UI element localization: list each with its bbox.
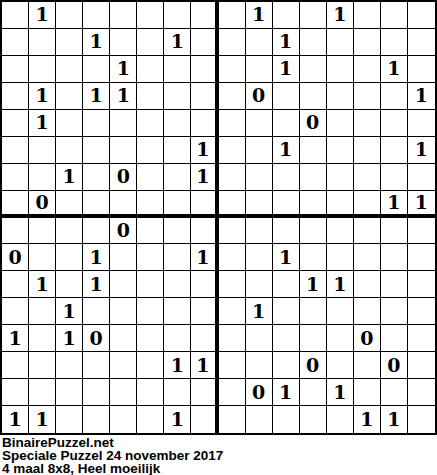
cell-r9c12[interactable]	[300, 218, 327, 245]
cell-r16c11[interactable]	[273, 406, 300, 433]
cell-r1c5[interactable]	[110, 2, 137, 29]
cell-r12c15[interactable]	[381, 298, 408, 325]
cell-r4c9[interactable]	[219, 83, 246, 110]
cell-r15c14[interactable]	[354, 379, 381, 406]
cell-r6c14[interactable]	[354, 137, 381, 164]
cell-r7c16[interactable]	[408, 164, 435, 191]
cell-r7c3: 1	[56, 164, 83, 191]
cell-r15c4[interactable]	[83, 379, 110, 406]
cell-r11c8[interactable]	[191, 271, 218, 298]
cell-r9c9[interactable]	[219, 218, 246, 245]
cell-r2c7: 1	[164, 29, 191, 56]
cell-r9c15[interactable]	[381, 218, 408, 245]
cell-r4c16: 1	[408, 83, 435, 110]
cell-r5c11[interactable]	[273, 110, 300, 137]
cell-r13c3: 1	[56, 325, 83, 352]
cell-r16c14: 1	[354, 406, 381, 433]
cell-r3c1[interactable]	[2, 56, 29, 83]
cell-r1c8[interactable]	[191, 2, 218, 29]
cell-r13c15[interactable]	[381, 325, 408, 352]
cell-r11c10[interactable]	[246, 271, 273, 298]
cell-r2c13[interactable]	[327, 29, 354, 56]
cell-r9c3[interactable]	[56, 218, 83, 245]
cell-r6c13[interactable]	[327, 137, 354, 164]
cell-r3c4[interactable]	[83, 56, 110, 83]
cell-r1c1[interactable]	[2, 2, 29, 29]
cell-r3c16[interactable]	[408, 56, 435, 83]
cell-r11c3[interactable]	[56, 271, 83, 298]
cell-r13c7[interactable]	[164, 325, 191, 352]
puzzle-board: 1111111111110110111101011001111111111100…	[0, 0, 437, 435]
cell-r12c13[interactable]	[327, 298, 354, 325]
cell-r10c1: 0	[2, 244, 29, 271]
cell-r13c10[interactable]	[246, 325, 273, 352]
cell-r14c7: 1	[164, 352, 191, 379]
cell-r3c13[interactable]	[327, 56, 354, 83]
cell-r5c6[interactable]	[137, 110, 164, 137]
cell-r8c15: 1	[381, 191, 408, 218]
cell-r2c5[interactable]	[110, 29, 137, 56]
cell-r6c15[interactable]	[381, 137, 408, 164]
cell-r14c8: 1	[191, 352, 218, 379]
cell-r12c1[interactable]	[2, 298, 29, 325]
cell-r15c3[interactable]	[56, 379, 83, 406]
cell-r2c2[interactable]	[29, 29, 56, 56]
cell-r3c9[interactable]	[219, 56, 246, 83]
cell-r16c7: 1	[164, 406, 191, 433]
cell-r15c16[interactable]	[408, 379, 435, 406]
cell-r1c10: 1	[246, 2, 273, 29]
puzzle-difficulty: 4 maal 8x8, Heel moeilijk	[2, 462, 435, 475]
cell-r5c14[interactable]	[354, 110, 381, 137]
cell-r10c4: 1	[83, 244, 110, 271]
cell-r12c9[interactable]	[219, 298, 246, 325]
cell-r12c8[interactable]	[191, 298, 218, 325]
cell-r6c5[interactable]	[110, 137, 137, 164]
cell-r7c6[interactable]	[137, 164, 164, 191]
cell-r15c1[interactable]	[2, 379, 29, 406]
cell-r7c8: 1	[191, 164, 218, 191]
cell-r8c10[interactable]	[246, 191, 273, 218]
cell-r9c11[interactable]	[273, 218, 300, 245]
cell-r16c6[interactable]	[137, 406, 164, 433]
cell-r10c16[interactable]	[408, 244, 435, 271]
cell-r13c12[interactable]	[300, 325, 327, 352]
cell-r1c6[interactable]	[137, 2, 164, 29]
cell-r9c6[interactable]	[137, 218, 164, 245]
cell-r5c8[interactable]	[191, 110, 218, 137]
cell-r15c12[interactable]	[300, 379, 327, 406]
puzzle-page: 1111111111110110111101011001111111111100…	[0, 0, 437, 475]
cell-r15c6[interactable]	[137, 379, 164, 406]
cell-r11c9[interactable]	[219, 271, 246, 298]
cell-r9c1[interactable]	[2, 218, 29, 245]
cell-r1c15[interactable]	[381, 2, 408, 29]
cell-r13c5[interactable]	[110, 325, 137, 352]
cell-r11c2: 1	[29, 271, 56, 298]
cell-r7c14[interactable]	[354, 164, 381, 191]
cell-r13c16[interactable]	[408, 325, 435, 352]
cell-r3c15: 1	[381, 56, 408, 83]
cell-r10c12[interactable]	[300, 244, 327, 271]
cell-r11c12: 1	[300, 271, 327, 298]
cell-r1c2: 1	[29, 2, 56, 29]
cell-r4c11[interactable]	[273, 83, 300, 110]
cell-r4c2: 1	[29, 83, 56, 110]
cell-r6c11: 1	[273, 137, 300, 164]
cell-r3c6[interactable]	[137, 56, 164, 83]
cell-r6c6[interactable]	[137, 137, 164, 164]
cell-r1c12[interactable]	[300, 2, 327, 29]
cell-r14c4[interactable]	[83, 352, 110, 379]
cell-r9c2[interactable]	[29, 218, 56, 245]
cell-r10c11: 1	[273, 244, 300, 271]
cell-r9c13[interactable]	[327, 218, 354, 245]
cell-r13c8[interactable]	[191, 325, 218, 352]
cell-r14c14[interactable]	[354, 352, 381, 379]
cell-r5c13[interactable]	[327, 110, 354, 137]
cell-r10c10[interactable]	[246, 244, 273, 271]
cell-r5c15[interactable]	[381, 110, 408, 137]
cell-r16c10[interactable]	[246, 406, 273, 433]
cell-r7c10[interactable]	[246, 164, 273, 191]
cell-r14c16[interactable]	[408, 352, 435, 379]
cell-r3c8[interactable]	[191, 56, 218, 83]
cell-r1c9[interactable]	[219, 2, 246, 29]
cell-r5c16[interactable]	[408, 110, 435, 137]
cell-r8c12[interactable]	[300, 191, 327, 218]
cell-r11c14[interactable]	[354, 271, 381, 298]
cell-r14c6[interactable]	[137, 352, 164, 379]
cell-r8c16: 1	[408, 191, 435, 218]
cell-r8c1[interactable]	[2, 191, 29, 218]
cell-r12c14[interactable]	[354, 298, 381, 325]
cell-r6c3[interactable]	[56, 137, 83, 164]
cell-r10c8: 1	[191, 244, 218, 271]
cell-r14c15: 0	[381, 352, 408, 379]
cell-r1c4[interactable]	[83, 2, 110, 29]
cell-r10c14[interactable]	[354, 244, 381, 271]
cell-r3c10[interactable]	[246, 56, 273, 83]
cell-r4c13[interactable]	[327, 83, 354, 110]
cell-r3c7[interactable]	[164, 56, 191, 83]
cell-r9c8[interactable]	[191, 218, 218, 245]
cell-r2c1[interactable]	[2, 29, 29, 56]
cell-r13c1: 1	[2, 325, 29, 352]
cell-r15c15[interactable]	[381, 379, 408, 406]
cell-r6c9[interactable]	[219, 137, 246, 164]
cell-r4c6[interactable]	[137, 83, 164, 110]
cell-r2c15[interactable]	[381, 29, 408, 56]
cell-r2c14[interactable]	[354, 29, 381, 56]
cell-r9c14[interactable]	[354, 218, 381, 245]
cell-r6c12[interactable]	[300, 137, 327, 164]
cell-r6c1[interactable]	[2, 137, 29, 164]
cell-r5c4[interactable]	[83, 110, 110, 137]
cell-r9c10[interactable]	[246, 218, 273, 245]
cell-r16c5[interactable]	[110, 406, 137, 433]
cell-r14c13[interactable]	[327, 352, 354, 379]
cell-r1c7[interactable]	[164, 2, 191, 29]
cell-r12c6[interactable]	[137, 298, 164, 325]
cell-r3c3[interactable]	[56, 56, 83, 83]
cell-r11c11[interactable]	[273, 271, 300, 298]
cell-r14c11[interactable]	[273, 352, 300, 379]
cell-r7c1[interactable]	[2, 164, 29, 191]
cell-r12c16[interactable]	[408, 298, 435, 325]
cell-r16c9[interactable]	[219, 406, 246, 433]
cell-r11c7[interactable]	[164, 271, 191, 298]
cell-r15c2[interactable]	[29, 379, 56, 406]
cell-r12c11[interactable]	[273, 298, 300, 325]
cell-r8c3[interactable]	[56, 191, 83, 218]
cell-r10c7[interactable]	[164, 244, 191, 271]
cell-r11c13: 1	[327, 271, 354, 298]
cell-r10c5[interactable]	[110, 244, 137, 271]
cell-r8c4[interactable]	[83, 191, 110, 218]
cell-r2c6[interactable]	[137, 29, 164, 56]
cell-r13c14: 0	[354, 325, 381, 352]
cell-r6c10[interactable]	[246, 137, 273, 164]
cell-r11c5[interactable]	[110, 271, 137, 298]
cell-r3c14[interactable]	[354, 56, 381, 83]
cell-r5c2: 1	[29, 110, 56, 137]
cell-r4c5: 1	[110, 83, 137, 110]
cell-r16c15: 1	[381, 406, 408, 433]
cell-r12c3: 1	[56, 298, 83, 325]
cell-r14c12: 0	[300, 352, 327, 379]
cell-r16c13[interactable]	[327, 406, 354, 433]
cell-r8c7[interactable]	[164, 191, 191, 218]
cell-r2c8[interactable]	[191, 29, 218, 56]
cell-r8c9[interactable]	[219, 191, 246, 218]
cell-r5c1[interactable]	[2, 110, 29, 137]
cell-r14c1[interactable]	[2, 352, 29, 379]
cell-r16c2: 1	[29, 406, 56, 433]
cell-r16c4[interactable]	[83, 406, 110, 433]
cell-r11c16[interactable]	[408, 271, 435, 298]
cell-r5c10[interactable]	[246, 110, 273, 137]
cell-r13c2[interactable]	[29, 325, 56, 352]
cell-r9c5: 0	[110, 218, 137, 245]
cell-r3c11: 1	[273, 56, 300, 83]
cell-r1c13: 1	[327, 2, 354, 29]
cell-r15c9[interactable]	[219, 379, 246, 406]
cell-r7c2[interactable]	[29, 164, 56, 191]
cell-r7c7[interactable]	[164, 164, 191, 191]
cell-r14c3[interactable]	[56, 352, 83, 379]
cell-r10c2[interactable]	[29, 244, 56, 271]
cell-r15c7[interactable]	[164, 379, 191, 406]
cell-r12c2[interactable]	[29, 298, 56, 325]
cell-r12c12[interactable]	[300, 298, 327, 325]
cell-r5c7[interactable]	[164, 110, 191, 137]
cell-r5c9[interactable]	[219, 110, 246, 137]
cell-r7c15[interactable]	[381, 164, 408, 191]
cell-r10c3[interactable]	[56, 244, 83, 271]
cell-r12c4[interactable]	[83, 298, 110, 325]
cell-r9c4[interactable]	[83, 218, 110, 245]
cell-r3c12[interactable]	[300, 56, 327, 83]
cell-r10c9[interactable]	[219, 244, 246, 271]
cell-r13c9[interactable]	[219, 325, 246, 352]
cell-r9c7[interactable]	[164, 218, 191, 245]
cell-r11c15[interactable]	[381, 271, 408, 298]
cell-r16c16[interactable]	[408, 406, 435, 433]
cell-r13c4: 0	[83, 325, 110, 352]
cell-r8c11[interactable]	[273, 191, 300, 218]
cell-r1c11[interactable]	[273, 2, 300, 29]
cell-r4c8[interactable]	[191, 83, 218, 110]
cell-r8c8[interactable]	[191, 191, 218, 218]
cell-r5c5[interactable]	[110, 110, 137, 137]
cell-r3c5: 1	[110, 56, 137, 83]
cell-r11c6[interactable]	[137, 271, 164, 298]
cell-r7c5: 0	[110, 164, 137, 191]
cell-r4c4: 1	[83, 83, 110, 110]
cell-r7c9[interactable]	[219, 164, 246, 191]
cell-r13c6[interactable]	[137, 325, 164, 352]
cell-r6c4[interactable]	[83, 137, 110, 164]
cell-r9c16[interactable]	[408, 218, 435, 245]
cell-r4c14[interactable]	[354, 83, 381, 110]
cell-r15c8[interactable]	[191, 379, 218, 406]
cell-r11c4: 1	[83, 271, 110, 298]
cell-r8c13[interactable]	[327, 191, 354, 218]
cell-r14c9[interactable]	[219, 352, 246, 379]
cell-r2c3[interactable]	[56, 29, 83, 56]
cell-r2c16[interactable]	[408, 29, 435, 56]
cell-r2c9[interactable]	[219, 29, 246, 56]
cell-r7c12[interactable]	[300, 164, 327, 191]
cell-r4c15[interactable]	[381, 83, 408, 110]
cell-r1c14[interactable]	[354, 2, 381, 29]
cell-r8c5[interactable]	[110, 191, 137, 218]
caption: BinairePuzzel.net Speciale Puzzel 24 nov…	[0, 435, 437, 475]
cell-r6c16: 1	[408, 137, 435, 164]
cell-r2c11: 1	[273, 29, 300, 56]
cell-r5c12: 0	[300, 110, 327, 137]
cell-r16c12[interactable]	[300, 406, 327, 433]
cell-r6c7[interactable]	[164, 137, 191, 164]
cell-r4c3[interactable]	[56, 83, 83, 110]
cell-r10c13[interactable]	[327, 244, 354, 271]
cell-r4c7[interactable]	[164, 83, 191, 110]
cell-r8c2: 0	[29, 191, 56, 218]
cell-r7c13[interactable]	[327, 164, 354, 191]
cell-r12c5[interactable]	[110, 298, 137, 325]
cell-r7c4[interactable]	[83, 164, 110, 191]
cell-r8c14[interactable]	[354, 191, 381, 218]
cell-r13c13[interactable]	[327, 325, 354, 352]
cell-r16c1: 1	[2, 406, 29, 433]
cell-r16c8[interactable]	[191, 406, 218, 433]
cell-r5c3[interactable]	[56, 110, 83, 137]
cell-r4c10: 0	[246, 83, 273, 110]
cell-r11c1[interactable]	[2, 271, 29, 298]
cell-r12c10: 1	[246, 298, 273, 325]
cell-r15c5[interactable]	[110, 379, 137, 406]
cell-r4c12[interactable]	[300, 83, 327, 110]
cell-r8c6[interactable]	[137, 191, 164, 218]
cell-r15c13: 1	[327, 379, 354, 406]
cell-r4c1[interactable]	[2, 83, 29, 110]
cell-r14c2[interactable]	[29, 352, 56, 379]
cell-r6c2[interactable]	[29, 137, 56, 164]
cell-r12c7[interactable]	[164, 298, 191, 325]
cell-r7c11[interactable]	[273, 164, 300, 191]
cell-r10c15[interactable]	[381, 244, 408, 271]
cell-r13c11[interactable]	[273, 325, 300, 352]
cell-r2c10[interactable]	[246, 29, 273, 56]
cell-r14c5[interactable]	[110, 352, 137, 379]
cell-r1c3[interactable]	[56, 2, 83, 29]
cell-r6c8: 1	[191, 137, 218, 164]
cell-r2c12[interactable]	[300, 29, 327, 56]
cell-r15c11: 1	[273, 379, 300, 406]
cell-r15c10: 0	[246, 379, 273, 406]
cell-r10c6[interactable]	[137, 244, 164, 271]
cell-r1c16[interactable]	[408, 2, 435, 29]
cell-r2c4: 1	[83, 29, 110, 56]
cell-r3c2[interactable]	[29, 56, 56, 83]
cell-r16c3[interactable]	[56, 406, 83, 433]
cell-r14c10[interactable]	[246, 352, 273, 379]
